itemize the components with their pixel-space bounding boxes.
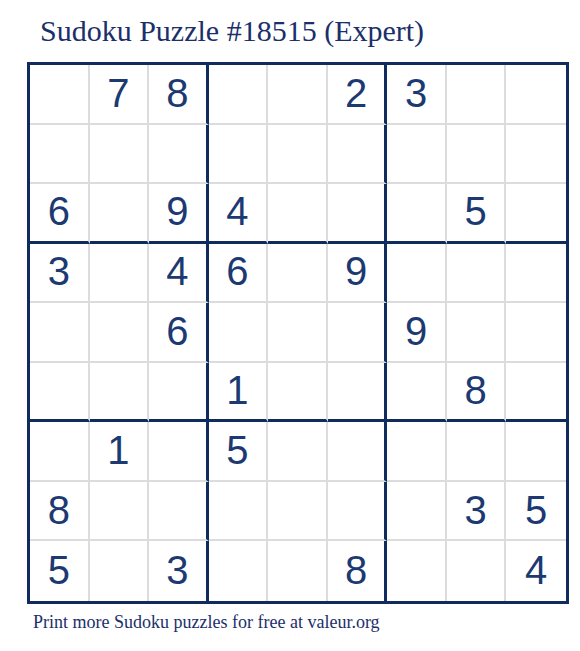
cell-r4c5 — [268, 244, 328, 304]
cell-r1c5 — [268, 65, 328, 125]
footer-credit-text: Print more Sudoku puzzles for free at va… — [33, 612, 380, 633]
cell-r6c2 — [90, 363, 150, 423]
cell-r1c9 — [506, 65, 566, 125]
cell-r6c6 — [328, 363, 388, 423]
cell-r8c7 — [387, 482, 447, 542]
cell-r5c3: 6 — [149, 303, 209, 363]
cell-r7c1 — [30, 422, 90, 482]
cell-r8c1: 8 — [30, 482, 90, 542]
cell-r7c7 — [387, 422, 447, 482]
cell-r1c2: 7 — [90, 65, 150, 125]
cell-r3c8: 5 — [447, 184, 507, 244]
cell-r2c1 — [30, 125, 90, 185]
cell-r8c4 — [209, 482, 269, 542]
cell-r2c9 — [506, 125, 566, 185]
cell-r6c3 — [149, 363, 209, 423]
cell-r2c8 — [447, 125, 507, 185]
cell-r4c8 — [447, 244, 507, 304]
puzzle-title: Sudoku Puzzle #18515 (Expert) — [40, 14, 424, 48]
cell-r1c8 — [447, 65, 507, 125]
cell-r3c4: 4 — [209, 184, 269, 244]
cell-r7c8 — [447, 422, 507, 482]
cell-r8c2 — [90, 482, 150, 542]
cell-r5c1 — [30, 303, 90, 363]
cell-r7c4: 5 — [209, 422, 269, 482]
cell-r3c2 — [90, 184, 150, 244]
cell-r5c7: 9 — [387, 303, 447, 363]
cell-r9c3: 3 — [149, 541, 209, 601]
cell-r6c1 — [30, 363, 90, 423]
cell-r7c5 — [268, 422, 328, 482]
cell-r1c6: 2 — [328, 65, 388, 125]
cell-r7c6 — [328, 422, 388, 482]
cell-r4c2 — [90, 244, 150, 304]
cell-r3c3: 9 — [149, 184, 209, 244]
cell-r2c6 — [328, 125, 388, 185]
cell-r6c7 — [387, 363, 447, 423]
cell-r5c5 — [268, 303, 328, 363]
cell-r2c5 — [268, 125, 328, 185]
cell-r7c9 — [506, 422, 566, 482]
cell-r9c2 — [90, 541, 150, 601]
cell-r6c9 — [506, 363, 566, 423]
cell-r9c4 — [209, 541, 269, 601]
sudoku-print-page: Sudoku Puzzle #18515 (Expert) 7823694534… — [0, 0, 580, 651]
cell-r9c6: 8 — [328, 541, 388, 601]
cell-r5c8 — [447, 303, 507, 363]
cell-r9c9: 4 — [506, 541, 566, 601]
cell-r5c2 — [90, 303, 150, 363]
cell-r6c5 — [268, 363, 328, 423]
cell-r5c4 — [209, 303, 269, 363]
cell-r1c1 — [30, 65, 90, 125]
cell-r1c3: 8 — [149, 65, 209, 125]
cell-r1c4 — [209, 65, 269, 125]
cell-r3c1: 6 — [30, 184, 90, 244]
cell-r6c8: 8 — [447, 363, 507, 423]
cell-r2c4 — [209, 125, 269, 185]
cell-r9c1: 5 — [30, 541, 90, 601]
cell-r4c9 — [506, 244, 566, 304]
cell-r2c3 — [149, 125, 209, 185]
cell-r9c8 — [447, 541, 507, 601]
cell-r5c9 — [506, 303, 566, 363]
cell-r2c2 — [90, 125, 150, 185]
cell-r3c9 — [506, 184, 566, 244]
cell-r9c7 — [387, 541, 447, 601]
cell-r8c5 — [268, 482, 328, 542]
cell-r7c3 — [149, 422, 209, 482]
cell-r9c5 — [268, 541, 328, 601]
sudoku-grid: 7823694534696918158355384 — [27, 62, 569, 604]
cell-r8c9: 5 — [506, 482, 566, 542]
cell-r4c1: 3 — [30, 244, 90, 304]
cell-r8c8: 3 — [447, 482, 507, 542]
cell-r3c7 — [387, 184, 447, 244]
cell-r1c7: 3 — [387, 65, 447, 125]
cell-r4c6: 9 — [328, 244, 388, 304]
cell-r5c6 — [328, 303, 388, 363]
cell-r4c3: 4 — [149, 244, 209, 304]
cell-r8c6 — [328, 482, 388, 542]
cell-r2c7 — [387, 125, 447, 185]
cell-r7c2: 1 — [90, 422, 150, 482]
cell-r6c4: 1 — [209, 363, 269, 423]
cell-r3c5 — [268, 184, 328, 244]
cell-r8c3 — [149, 482, 209, 542]
cell-r4c7 — [387, 244, 447, 304]
cell-r3c6 — [328, 184, 388, 244]
cell-r4c4: 6 — [209, 244, 269, 304]
